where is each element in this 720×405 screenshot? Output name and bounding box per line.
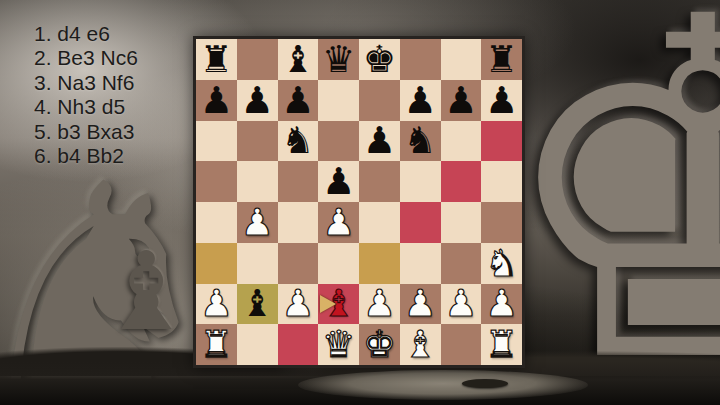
square-f3[interactable] <box>400 243 441 284</box>
square-d1[interactable]: ♛ <box>318 324 359 365</box>
square-b7[interactable]: ♟ <box>237 80 278 121</box>
square-c4[interactable] <box>278 202 319 243</box>
square-c6[interactable]: ♞ <box>278 121 319 162</box>
white-pawn[interactable]: ♟ <box>363 285 396 322</box>
square-b5[interactable] <box>237 161 278 202</box>
square-c8[interactable]: ♝ <box>278 39 319 80</box>
black-pawn[interactable]: ♟ <box>322 163 355 200</box>
square-h5[interactable] <box>481 161 522 202</box>
chess-board: ♜♝♛♚♜♟♟♟♟♟♟♞♟♞♟♟♟♞♟♝♟♝♟♟♟♟♜♛♚♝♜ <box>193 36 525 368</box>
square-h3[interactable]: ♞ <box>481 243 522 284</box>
square-e6[interactable]: ♟ <box>359 121 400 162</box>
square-g1[interactable] <box>441 324 482 365</box>
white-pawn[interactable]: ♟ <box>404 285 437 322</box>
move-row: 1. d4 e6 <box>34 22 138 46</box>
white-pawn[interactable]: ♟ <box>444 285 477 322</box>
square-e4[interactable] <box>359 202 400 243</box>
square-a1[interactable]: ♜ <box>196 324 237 365</box>
square-g4[interactable] <box>441 202 482 243</box>
square-a8[interactable]: ♜ <box>196 39 237 80</box>
bay-water <box>298 370 588 400</box>
square-f7[interactable]: ♟ <box>400 80 441 121</box>
bishop-statue-icon: ♝ <box>98 238 195 346</box>
square-h1[interactable]: ♜ <box>481 324 522 365</box>
square-g6[interactable] <box>441 121 482 162</box>
square-b4[interactable]: ♟ <box>237 202 278 243</box>
square-e8[interactable]: ♚ <box>359 39 400 80</box>
black-queen[interactable]: ♛ <box>322 41 355 78</box>
white-king[interactable]: ♚ <box>363 326 396 363</box>
square-d7[interactable] <box>318 80 359 121</box>
square-h8[interactable]: ♜ <box>481 39 522 80</box>
white-pawn[interactable]: ♟ <box>485 285 518 322</box>
square-c1[interactable] <box>278 324 319 365</box>
square-e5[interactable] <box>359 161 400 202</box>
black-pawn[interactable]: ♟ <box>444 82 477 119</box>
square-a6[interactable] <box>196 121 237 162</box>
square-b3[interactable] <box>237 243 278 284</box>
black-rook[interactable]: ♜ <box>485 41 518 78</box>
black-pawn[interactable]: ♟ <box>200 82 233 119</box>
move-row: 3. Na3 Nf6 <box>34 71 138 95</box>
black-pawn[interactable]: ♟ <box>241 82 274 119</box>
square-c2[interactable]: ♟ <box>278 284 319 325</box>
black-king[interactable]: ♚ <box>363 41 396 78</box>
black-pawn[interactable]: ♟ <box>363 122 396 159</box>
square-a3[interactable] <box>196 243 237 284</box>
move-row: 6. b4 Bb2 <box>34 144 138 168</box>
square-a5[interactable] <box>196 161 237 202</box>
black-bishop[interactable]: ♝ <box>281 41 314 78</box>
square-e2[interactable]: ♟ <box>359 284 400 325</box>
square-e7[interactable] <box>359 80 400 121</box>
square-b8[interactable] <box>237 39 278 80</box>
square-a2[interactable]: ♟ <box>196 284 237 325</box>
square-e3[interactable] <box>359 243 400 284</box>
move-row: 5. b3 Bxa3 <box>34 120 138 144</box>
square-h2[interactable]: ♟ <box>481 284 522 325</box>
square-a4[interactable] <box>196 202 237 243</box>
square-h4[interactable] <box>481 202 522 243</box>
square-b6[interactable] <box>237 121 278 162</box>
square-f1[interactable]: ♝ <box>400 324 441 365</box>
square-d6[interactable] <box>318 121 359 162</box>
app-background: ♞ ♝ ♚ 1. d4 e6 2. Be3 Nc6 3. Na3 Nf6 4. … <box>0 0 720 405</box>
white-knight[interactable]: ♞ <box>485 245 518 282</box>
square-g8[interactable] <box>441 39 482 80</box>
move-list: 1. d4 e6 2. Be3 Nc6 3. Na3 Nf6 4. Nh3 d5… <box>34 22 138 168</box>
white-pawn[interactable]: ♟ <box>241 204 274 241</box>
square-f4[interactable] <box>400 202 441 243</box>
square-g2[interactable]: ♟ <box>441 284 482 325</box>
white-bishop[interactable]: ♝ <box>404 326 437 363</box>
square-c7[interactable]: ♟ <box>278 80 319 121</box>
square-b2[interactable]: ♝ <box>237 284 278 325</box>
white-pawn[interactable]: ♟ <box>200 285 233 322</box>
white-pawn[interactable]: ♟ <box>322 204 355 241</box>
square-d5[interactable]: ♟ <box>318 161 359 202</box>
square-d4[interactable]: ♟ <box>318 202 359 243</box>
black-pawn[interactable]: ♟ <box>404 82 437 119</box>
square-d2[interactable]: ♝ <box>318 284 359 325</box>
white-queen[interactable]: ♛ <box>322 326 355 363</box>
square-g3[interactable] <box>441 243 482 284</box>
square-b1[interactable] <box>237 324 278 365</box>
square-c5[interactable] <box>278 161 319 202</box>
white-rook[interactable]: ♜ <box>485 326 518 363</box>
square-e1[interactable]: ♚ <box>359 324 400 365</box>
square-f6[interactable]: ♞ <box>400 121 441 162</box>
square-c3[interactable] <box>278 243 319 284</box>
square-g5[interactable] <box>441 161 482 202</box>
black-knight[interactable]: ♞ <box>404 122 437 159</box>
square-f5[interactable] <box>400 161 441 202</box>
black-bishop[interactable]: ♝ <box>241 285 274 322</box>
white-rook[interactable]: ♜ <box>200 326 233 363</box>
square-d8[interactable]: ♛ <box>318 39 359 80</box>
move-row: 2. Be3 Nc6 <box>34 46 138 70</box>
square-g7[interactable]: ♟ <box>441 80 482 121</box>
square-f8[interactable] <box>400 39 441 80</box>
square-d3[interactable] <box>318 243 359 284</box>
square-f2[interactable]: ♟ <box>400 284 441 325</box>
move-row: 4. Nh3 d5 <box>34 95 138 119</box>
black-knight[interactable]: ♞ <box>281 122 314 159</box>
moving-flag-icon <box>320 295 336 313</box>
black-pawn[interactable]: ♟ <box>485 82 518 119</box>
black-rook[interactable]: ♜ <box>200 41 233 78</box>
square-a7[interactable]: ♟ <box>196 80 237 121</box>
square-h6[interactable] <box>481 121 522 162</box>
white-pawn[interactable]: ♟ <box>281 285 314 322</box>
square-h7[interactable]: ♟ <box>481 80 522 121</box>
island <box>462 379 508 388</box>
black-pawn[interactable]: ♟ <box>281 82 314 119</box>
